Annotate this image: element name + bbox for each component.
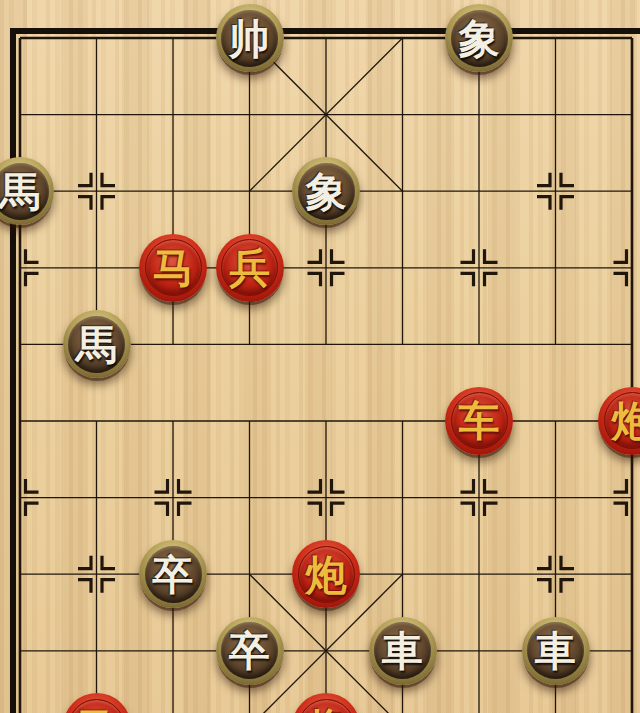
- piece-face: 马: [68, 699, 125, 713]
- piece-dark[interactable]: 象: [292, 157, 360, 225]
- piece-red[interactable]: 兵: [216, 234, 284, 302]
- piece-glyph: 帅: [229, 19, 270, 60]
- piece-face: 马: [145, 239, 202, 296]
- piece-face: 炮: [298, 546, 355, 603]
- piece-dark[interactable]: 車: [369, 617, 437, 685]
- piece-dark[interactable]: 卒: [216, 617, 284, 685]
- piece-glyph: 车: [459, 401, 500, 442]
- piece-face: 馬: [68, 316, 125, 373]
- piece-red[interactable]: 马: [63, 693, 131, 713]
- piece-glyph: 马: [153, 248, 194, 289]
- piece-face: 卒: [145, 546, 202, 603]
- piece-dark[interactable]: 馬: [63, 310, 131, 378]
- piece-face: 将: [298, 699, 355, 713]
- piece-glyph: 馬: [76, 325, 117, 366]
- piece-glyph: 車: [535, 631, 576, 672]
- piece-glyph: 馬: [0, 172, 41, 213]
- piece-glyph: 炮: [306, 555, 347, 596]
- piece-face: 車: [527, 622, 584, 679]
- piece-face: 兵: [221, 239, 278, 296]
- piece-glyph: 将: [306, 708, 347, 713]
- piece-glyph: 卒: [229, 631, 270, 672]
- piece-dark[interactable]: 車: [522, 617, 590, 685]
- piece-red[interactable]: 将: [292, 693, 360, 713]
- piece-face: 卒: [221, 622, 278, 679]
- piece-glyph: 象: [459, 19, 500, 60]
- piece-red[interactable]: 车: [445, 387, 513, 455]
- piece-face: 車: [374, 622, 431, 679]
- piece-glyph: 炮: [612, 401, 640, 442]
- piece-red[interactable]: 炮: [292, 540, 360, 608]
- piece-glyph: 兵: [229, 248, 270, 289]
- piece-red[interactable]: 马: [139, 234, 207, 302]
- piece-face: 帅: [221, 10, 278, 67]
- piece-face: 炮: [604, 392, 640, 449]
- pieces-layer: 帅象馬象馬卒卒車車马兵车炮炮马将: [0, 0, 640, 713]
- piece-dark[interactable]: 馬: [0, 157, 54, 225]
- piece-dark[interactable]: 卒: [139, 540, 207, 608]
- piece-glyph: 卒: [153, 555, 194, 596]
- piece-face: 象: [298, 163, 355, 220]
- piece-glyph: 马: [76, 708, 117, 713]
- piece-red[interactable]: 炮: [598, 387, 640, 455]
- piece-face: 馬: [0, 163, 49, 220]
- piece-face: 象: [451, 10, 508, 67]
- piece-dark[interactable]: 帅: [216, 4, 284, 72]
- piece-dark[interactable]: 象: [445, 4, 513, 72]
- piece-glyph: 象: [306, 172, 347, 213]
- piece-glyph: 車: [382, 631, 423, 672]
- xiangqi-board[interactable]: 帅象馬象馬卒卒車車马兵车炮炮马将: [0, 0, 640, 713]
- piece-face: 车: [451, 392, 508, 449]
